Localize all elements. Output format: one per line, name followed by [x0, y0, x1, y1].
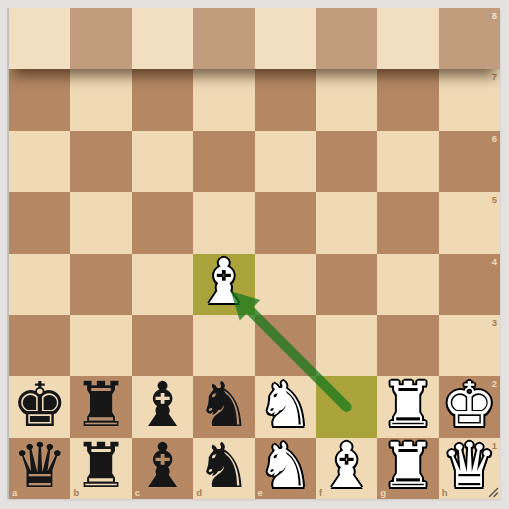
square-h8[interactable]: 8 [439, 8, 500, 69]
piece-white-rook[interactable]: ♜ [377, 374, 438, 435]
piece-black-rook[interactable]: ♜ [70, 436, 131, 497]
square-h4[interactable]: 4 [439, 254, 500, 315]
square-g3[interactable] [377, 315, 438, 376]
square-h6[interactable]: 6 [439, 131, 500, 192]
piece-black-rook[interactable]: ♜ [70, 374, 131, 435]
square-b5[interactable] [70, 192, 131, 253]
piece-white-bishop[interactable]: ♝ [193, 252, 254, 313]
square-f4[interactable] [316, 254, 377, 315]
square-e4[interactable] [255, 254, 316, 315]
square-e8[interactable] [255, 8, 316, 69]
square-b6[interactable] [70, 131, 131, 192]
piece-white-knight[interactable]: ♞ [255, 436, 316, 497]
square-c6[interactable] [132, 131, 193, 192]
piece-black-queen[interactable]: ♛ [9, 436, 70, 497]
square-f3[interactable] [316, 315, 377, 376]
square-g8[interactable] [377, 8, 438, 69]
square-b1[interactable]: b♜ [70, 438, 131, 499]
square-d7[interactable] [193, 69, 254, 130]
rank-label-7: 7 [492, 71, 497, 82]
square-g5[interactable] [377, 192, 438, 253]
square-a5[interactable] [9, 192, 70, 253]
rank-label-4: 4 [492, 256, 497, 267]
square-a7[interactable] [9, 69, 70, 130]
square-d3[interactable] [193, 315, 254, 376]
square-e7[interactable] [255, 69, 316, 130]
rank-label-8: 8 [492, 10, 497, 21]
piece-white-king[interactable]: ♚ [439, 374, 500, 435]
square-e5[interactable] [255, 192, 316, 253]
board-grid: 8765♝43♚♜♝♞♞♜2♚a♛b♜c♝d♞e♞f♝g♜1h♛ [9, 8, 500, 499]
square-e3[interactable] [255, 315, 316, 376]
square-c1[interactable]: c♝ [132, 438, 193, 499]
square-b8[interactable] [70, 8, 131, 69]
square-a2[interactable]: ♚ [9, 376, 70, 437]
piece-black-knight[interactable]: ♞ [193, 436, 254, 497]
square-a1[interactable]: a♛ [9, 438, 70, 499]
square-d6[interactable] [193, 131, 254, 192]
square-c7[interactable] [132, 69, 193, 130]
piece-black-bishop[interactable]: ♝ [132, 374, 193, 435]
square-a8[interactable] [9, 8, 70, 69]
piece-black-bishop[interactable]: ♝ [132, 436, 193, 497]
square-a3[interactable] [9, 315, 70, 376]
square-g4[interactable] [377, 254, 438, 315]
square-g2[interactable]: ♜ [377, 376, 438, 437]
square-a6[interactable] [9, 131, 70, 192]
square-e6[interactable] [255, 131, 316, 192]
square-c4[interactable] [132, 254, 193, 315]
square-c5[interactable] [132, 192, 193, 253]
rank-label-3: 3 [492, 317, 497, 328]
square-c2[interactable]: ♝ [132, 376, 193, 437]
square-e2[interactable]: ♞ [255, 376, 316, 437]
piece-white-knight[interactable]: ♞ [255, 374, 316, 435]
square-d4[interactable]: ♝ [193, 254, 254, 315]
square-h2[interactable]: 2♚ [439, 376, 500, 437]
piece-white-rook[interactable]: ♜ [377, 436, 438, 497]
piece-black-king[interactable]: ♚ [9, 374, 70, 435]
square-f5[interactable] [316, 192, 377, 253]
square-e1[interactable]: e♞ [255, 438, 316, 499]
board-resize-handle-icon[interactable] [486, 485, 499, 498]
page: { "game": "chess", "window": { "backgrou… [0, 0, 509, 509]
square-b4[interactable] [70, 254, 131, 315]
square-f1[interactable]: f♝ [316, 438, 377, 499]
square-f7[interactable] [316, 69, 377, 130]
square-b3[interactable] [70, 315, 131, 376]
rank-label-6: 6 [492, 133, 497, 144]
piece-black-knight[interactable]: ♞ [193, 374, 254, 435]
square-d5[interactable] [193, 192, 254, 253]
square-b2[interactable]: ♜ [70, 376, 131, 437]
square-c3[interactable] [132, 315, 193, 376]
rank-label-5: 5 [492, 194, 497, 205]
square-c8[interactable] [132, 8, 193, 69]
square-f8[interactable] [316, 8, 377, 69]
square-a4[interactable] [9, 254, 70, 315]
square-f2[interactable] [316, 376, 377, 437]
square-g1[interactable]: g♜ [377, 438, 438, 499]
square-h3[interactable]: 3 [439, 315, 500, 376]
chess-board: 8765♝43♚♜♝♞♞♜2♚a♛b♜c♝d♞e♞f♝g♜1h♛ [9, 8, 500, 499]
square-b7[interactable] [70, 69, 131, 130]
square-d1[interactable]: d♞ [193, 438, 254, 499]
square-g7[interactable] [377, 69, 438, 130]
square-g6[interactable] [377, 131, 438, 192]
square-h5[interactable]: 5 [439, 192, 500, 253]
square-d8[interactable] [193, 8, 254, 69]
square-h7[interactable]: 7 [439, 69, 500, 130]
piece-white-bishop[interactable]: ♝ [316, 436, 377, 497]
square-f6[interactable] [316, 131, 377, 192]
square-d2[interactable]: ♞ [193, 376, 254, 437]
